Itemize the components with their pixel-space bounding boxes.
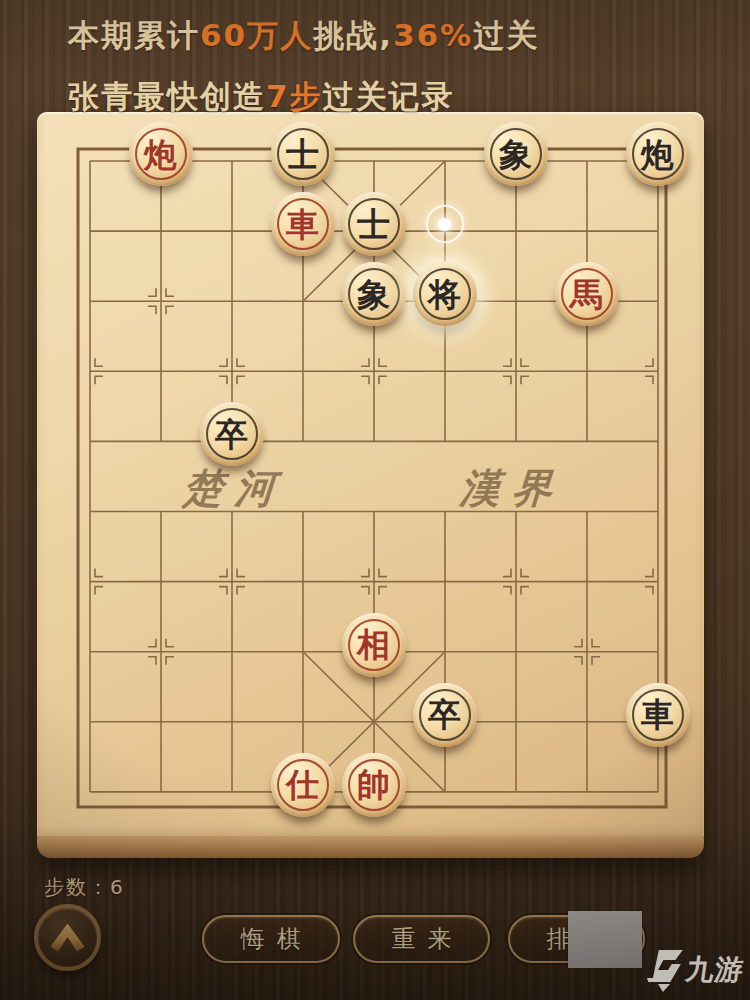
board-point[interactable] (480, 547, 551, 617)
board-point[interactable] (125, 757, 196, 827)
board-point[interactable]: 炮 (125, 126, 196, 196)
board-point[interactable] (267, 406, 338, 476)
board-point[interactable] (125, 547, 196, 617)
board-point[interactable] (409, 547, 480, 617)
black-piece-a[interactable]: 士 (271, 122, 335, 186)
piece-ring: 車 (632, 689, 684, 741)
board-point[interactable]: 車 (267, 196, 338, 266)
board-point[interactable] (338, 336, 409, 406)
board-point[interactable] (54, 196, 125, 266)
board-point[interactable] (267, 547, 338, 617)
board-point[interactable] (551, 336, 622, 406)
piece-ring: 相 (348, 619, 400, 671)
red-piece-K[interactable]: 帥 (342, 753, 406, 817)
piece-glyph: 相 (357, 628, 390, 661)
move-counter-value: 6 (110, 875, 125, 899)
board-point[interactable]: 将 (409, 266, 480, 336)
piece-ring: 象 (348, 268, 400, 320)
board-point[interactable] (196, 126, 267, 196)
board-point[interactable] (409, 617, 480, 687)
challenge-stats-line: 本期累计60万人挑战,36%过关 (68, 20, 708, 51)
up-arrow-icon (51, 924, 85, 952)
piece-glyph: 象 (357, 278, 390, 311)
piece-glyph: 馬 (570, 278, 603, 311)
red-piece-A[interactable]: 仕 (271, 753, 335, 817)
board-point[interactable] (480, 757, 551, 827)
board-point[interactable] (551, 196, 622, 266)
red-piece-R[interactable]: 車 (271, 192, 335, 256)
move-indicator-dot (426, 205, 464, 243)
board-point[interactable] (196, 476, 267, 546)
board-point[interactable] (622, 266, 693, 336)
board-point[interactable]: 象 (480, 126, 551, 196)
black-piece-c[interactable]: 炮 (626, 122, 690, 186)
undo-move-button[interactable]: 悔棋 (202, 915, 340, 963)
piece-ring: 炮 (632, 128, 684, 180)
board-point[interactable] (338, 476, 409, 546)
red-piece-C[interactable]: 炮 (129, 122, 193, 186)
board-point[interactable] (196, 687, 267, 757)
board-point[interactable] (480, 617, 551, 687)
board-point[interactable] (551, 406, 622, 476)
piece-glyph: 卒 (215, 418, 248, 451)
black-piece-k[interactable]: 将 (413, 262, 477, 326)
black-piece-p[interactable]: 卒 (413, 683, 477, 747)
board-point[interactable] (267, 617, 338, 687)
board-point[interactable] (622, 617, 693, 687)
board-point[interactable] (267, 266, 338, 336)
board-point[interactable] (54, 547, 125, 617)
board-point[interactable] (196, 547, 267, 617)
black-piece-a[interactable]: 士 (342, 192, 406, 256)
board-point[interactable] (409, 196, 480, 266)
board-point[interactable] (622, 336, 693, 406)
board-point[interactable] (196, 617, 267, 687)
board-point[interactable] (622, 757, 693, 827)
board-point[interactable] (125, 336, 196, 406)
board-point[interactable] (125, 196, 196, 266)
header-accent-text: 36% (393, 17, 473, 53)
xiangqi-board: 炮士象炮車士象将馬卒相卒車仕帥 (54, 126, 693, 827)
board-point[interactable] (622, 406, 693, 476)
piece-glyph: 士 (357, 208, 390, 241)
board-point[interactable] (551, 476, 622, 546)
board-point[interactable] (54, 687, 125, 757)
piece-ring: 仕 (277, 759, 329, 811)
piece-glyph: 将 (428, 278, 461, 311)
red-piece-N[interactable]: 馬 (555, 262, 619, 326)
board-point[interactable] (480, 687, 551, 757)
board-point[interactable] (125, 687, 196, 757)
board-point[interactable]: 炮 (622, 126, 693, 196)
restart-button[interactable]: 重来 (353, 915, 490, 963)
piece-glyph: 炮 (641, 138, 674, 171)
header-accent-text: 60万人 (200, 17, 313, 53)
board-point[interactable]: 士 (338, 196, 409, 266)
board-point[interactable] (54, 617, 125, 687)
board-point[interactable] (338, 126, 409, 196)
board-point[interactable] (338, 406, 409, 476)
board-point[interactable] (551, 547, 622, 617)
board-point[interactable]: 卒 (196, 406, 267, 476)
board-point[interactable] (54, 476, 125, 546)
board-point[interactable]: 車 (622, 687, 693, 757)
board-point[interactable] (338, 687, 409, 757)
challenge-stats-header: 本期累计60万人挑战,36%过关 张青最快创造7步过关记录 (68, 20, 708, 112)
gray-placeholder-overlay (568, 911, 642, 968)
black-piece-r[interactable]: 車 (626, 683, 690, 747)
board-point[interactable] (409, 476, 480, 546)
piece-ring: 士 (277, 128, 329, 180)
board-point[interactable] (125, 617, 196, 687)
piece-ring: 士 (348, 198, 400, 250)
board-point[interactable] (267, 687, 338, 757)
piece-ring: 卒 (206, 408, 258, 460)
board-point[interactable] (54, 336, 125, 406)
board-point[interactable] (551, 617, 622, 687)
board-point[interactable]: 馬 (551, 266, 622, 336)
piece-glyph: 象 (499, 138, 532, 171)
board-point[interactable] (196, 757, 267, 827)
board-point[interactable]: 卒 (409, 687, 480, 757)
board-point[interactable] (267, 336, 338, 406)
board-point[interactable] (409, 406, 480, 476)
header-accent-text: 7步 (266, 78, 323, 114)
board-point[interactable]: 相 (338, 617, 409, 687)
board-point[interactable] (480, 266, 551, 336)
move-counter: 步数：6 (44, 874, 125, 901)
piece-glyph: 仕 (286, 768, 319, 801)
board-point[interactable] (480, 196, 551, 266)
piece-ring: 将 (419, 268, 471, 320)
board-point[interactable] (622, 547, 693, 617)
header-text: 过关记录 (323, 78, 455, 114)
board-point[interactable] (622, 196, 693, 266)
piece-ring: 車 (277, 198, 329, 250)
header-text: 本期累计 (68, 17, 200, 53)
board-point[interactable] (409, 126, 480, 196)
board-point[interactable] (54, 406, 125, 476)
piece-ring: 卒 (419, 689, 471, 741)
board-point[interactable]: 仕 (267, 757, 338, 827)
board-point[interactable] (480, 476, 551, 546)
piece-ring: 馬 (561, 268, 613, 320)
collapse-panel-button[interactable] (34, 904, 101, 971)
watermark-text: 九游 (683, 951, 746, 989)
black-piece-b[interactable]: 象 (484, 122, 548, 186)
board-point[interactable] (409, 336, 480, 406)
board-point[interactable]: 士 (267, 126, 338, 196)
board-point[interactable] (54, 266, 125, 336)
board-point[interactable] (409, 757, 480, 827)
piece-ring: 象 (490, 128, 542, 180)
board-point[interactable] (267, 476, 338, 546)
header-text: 过关 (473, 17, 539, 53)
board-point[interactable] (480, 336, 551, 406)
jiuyou-logo-icon (643, 948, 687, 992)
board-point[interactable]: 象 (338, 266, 409, 336)
red-piece-B[interactable]: 相 (342, 613, 406, 677)
board-point[interactable] (196, 336, 267, 406)
black-piece-b[interactable]: 象 (342, 262, 406, 326)
board-point[interactable] (125, 406, 196, 476)
board-point[interactable] (196, 266, 267, 336)
piece-glyph: 士 (286, 138, 319, 171)
board-point[interactable] (338, 547, 409, 617)
board-point[interactable] (551, 687, 622, 757)
piece-glyph: 車 (641, 698, 674, 731)
header-text: 挑战, (313, 17, 393, 53)
piece-glyph: 車 (286, 208, 319, 241)
piece-glyph: 炮 (144, 138, 177, 171)
board-point[interactable] (196, 196, 267, 266)
piece-glyph: 卒 (428, 698, 461, 731)
board-point[interactable] (125, 266, 196, 336)
piece-ring: 帥 (348, 759, 400, 811)
board-point[interactable] (125, 476, 196, 546)
move-counter-label: 步数： (44, 875, 110, 899)
board-point[interactable] (54, 757, 125, 827)
board-point[interactable] (551, 126, 622, 196)
black-piece-p[interactable]: 卒 (200, 402, 264, 466)
header-text: 张青最快创造 (68, 78, 266, 114)
board-point[interactable] (54, 126, 125, 196)
board-point[interactable] (622, 476, 693, 546)
piece-glyph: 帥 (357, 768, 390, 801)
record-holder-line: 张青最快创造7步过关记录 (68, 81, 708, 112)
board-point[interactable] (480, 406, 551, 476)
jiuyou-watermark: 九游 (643, 948, 747, 992)
board-point[interactable] (551, 757, 622, 827)
piece-ring: 炮 (135, 128, 187, 180)
board-point[interactable]: 帥 (338, 757, 409, 827)
